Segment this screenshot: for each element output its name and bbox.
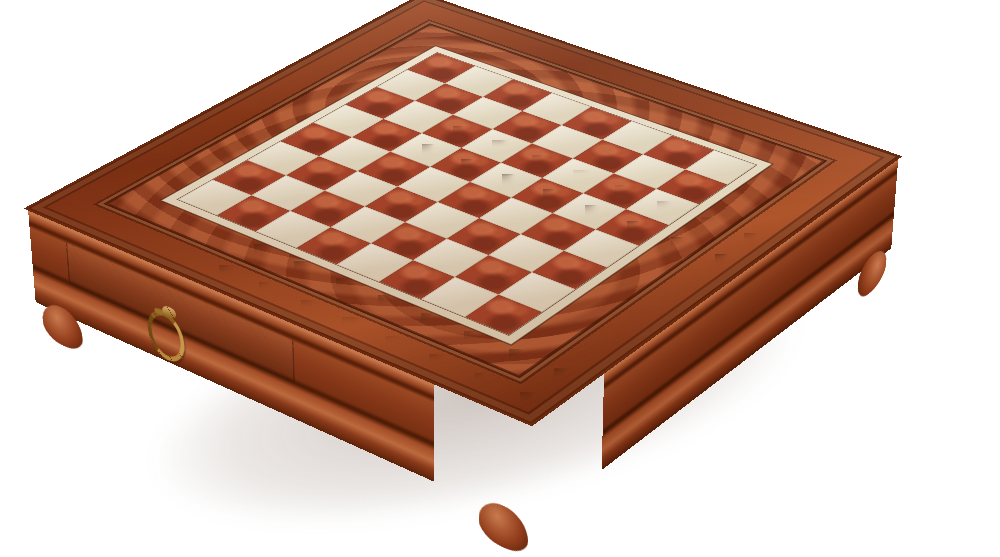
black-P-glyph: ♟	[652, 220, 777, 258]
white-R-glyph: ♜	[452, 345, 587, 397]
erable-trim-band: ♜♞♝♚♛♝♞♜♟♟♟♟♟♟♟♟♟♟♟♟♟♟♟♟♜♞♝♚♛♝♞♜	[161, 46, 773, 345]
chess-set-photo: ♜♞♝♚♛♝♞♜♟♟♟♟♟♟♟♟♟♟♟♟♟♟♟♟♜♞♝♚♛♝♞♜	[0, 0, 1000, 557]
bun-foot-near	[479, 494, 529, 557]
